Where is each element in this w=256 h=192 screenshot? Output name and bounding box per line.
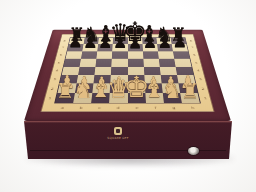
square-a7[interactable] <box>67 44 83 51</box>
square-d7[interactable] <box>113 44 128 51</box>
square-c4[interactable] <box>95 66 112 74</box>
square-c2[interactable] <box>93 84 111 93</box>
coordinate-label: 3 <box>195 75 206 84</box>
square-f2[interactable] <box>145 84 163 93</box>
square-d5[interactable] <box>112 59 128 67</box>
square-g1[interactable] <box>163 93 182 103</box>
square-e7[interactable] <box>128 44 143 51</box>
square-e6[interactable] <box>128 51 144 58</box>
file-labels-bottom: abcdefgh <box>52 104 202 111</box>
coordinate-label: 1 <box>199 93 211 103</box>
square-h4[interactable] <box>175 66 193 74</box>
square-b7[interactable] <box>82 44 98 51</box>
square-b2[interactable] <box>75 84 94 93</box>
square-c5[interactable] <box>96 59 112 67</box>
square-h3[interactable] <box>177 75 195 84</box>
square-h5[interactable] <box>174 59 191 67</box>
square-d2[interactable] <box>110 84 128 93</box>
square-c8[interactable] <box>98 38 113 45</box>
coordinate-label: 8 <box>186 37 195 44</box>
square-a6[interactable] <box>66 51 83 58</box>
square-e3[interactable] <box>128 75 145 84</box>
square-c1[interactable] <box>91 93 110 103</box>
box-front-edge-highlight <box>24 121 232 123</box>
square-e2[interactable] <box>128 84 145 93</box>
coordinate-label: g <box>164 104 184 111</box>
square-g5[interactable] <box>159 59 176 67</box>
square-a2[interactable] <box>58 84 77 93</box>
maple-border: 87654321 87654321 abcdefgh <box>40 34 214 112</box>
square-b1[interactable] <box>73 93 92 103</box>
square-d4[interactable] <box>111 66 127 74</box>
square-f7[interactable] <box>142 44 157 51</box>
square-c6[interactable] <box>97 51 113 58</box>
coordinate-label: 2 <box>197 84 208 93</box>
square-a8[interactable] <box>69 38 85 45</box>
square-g4[interactable] <box>160 66 177 74</box>
square-d1[interactable] <box>109 93 127 103</box>
power-button-icon[interactable] <box>188 147 199 155</box>
coordinate-label: 7 <box>188 44 198 51</box>
square-b6[interactable] <box>81 51 97 58</box>
square-e8[interactable] <box>128 38 143 45</box>
square-g8[interactable] <box>156 38 171 45</box>
square-a5[interactable] <box>64 59 81 67</box>
coordinate-label: 5 <box>191 59 201 67</box>
square-e1[interactable] <box>128 93 146 103</box>
square-b4[interactable] <box>78 66 95 74</box>
board-box-top: 87654321 87654321 abcdefgh <box>24 30 231 121</box>
square-d8[interactable] <box>113 38 128 45</box>
square-g6[interactable] <box>158 51 174 58</box>
coordinate-label: e <box>128 104 147 111</box>
square-g3[interactable] <box>160 75 178 84</box>
square-f5[interactable] <box>143 59 159 67</box>
square-f1[interactable] <box>145 93 164 103</box>
square-b5[interactable] <box>80 59 97 67</box>
coordinate-label: 6 <box>189 51 199 58</box>
square-f8[interactable] <box>142 38 157 45</box>
square-d3[interactable] <box>111 75 128 84</box>
square-a4[interactable] <box>62 66 80 74</box>
coordinate-label: d <box>109 104 128 111</box>
square-a1[interactable] <box>55 93 75 103</box>
brand-logo-text: SQUARE OFF <box>107 136 129 140</box>
coordinate-label: b <box>71 104 91 111</box>
brand-emblem-icon <box>114 127 122 135</box>
square-a3[interactable] <box>60 75 78 84</box>
chess-board <box>54 37 201 103</box>
square-h1[interactable] <box>180 93 200 103</box>
square-f3[interactable] <box>144 75 161 84</box>
square-b3[interactable] <box>77 75 95 84</box>
square-h7[interactable] <box>172 44 188 51</box>
square-h6[interactable] <box>173 51 190 58</box>
board-stage: 87654321 87654321 abcdefgh <box>0 0 256 192</box>
square-f4[interactable] <box>144 66 161 74</box>
square-f6[interactable] <box>143 51 159 58</box>
coordinate-label: 4 <box>193 66 204 74</box>
scene: 87654321 87654321 abcdefgh SQUARE OFF ♜♞… <box>0 0 256 192</box>
square-c3[interactable] <box>94 75 111 84</box>
square-d6[interactable] <box>112 51 128 58</box>
square-g7[interactable] <box>157 44 173 51</box>
coordinate-label: h <box>183 104 203 111</box>
coordinate-label: a <box>52 104 72 111</box>
square-h8[interactable] <box>170 38 186 45</box>
square-b8[interactable] <box>84 38 99 45</box>
coordinate-label: c <box>90 104 109 111</box>
square-g2[interactable] <box>161 84 180 93</box>
square-c7[interactable] <box>97 44 112 51</box>
coordinate-label: f <box>146 104 165 111</box>
square-h2[interactable] <box>178 84 197 93</box>
brand-logo: SQUARE OFF <box>103 127 133 141</box>
square-e5[interactable] <box>128 59 144 67</box>
square-e4[interactable] <box>128 66 144 74</box>
